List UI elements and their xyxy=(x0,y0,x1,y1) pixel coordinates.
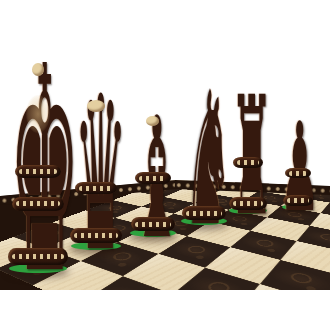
knight-ornament-band xyxy=(186,211,222,216)
bishop-ornament-band xyxy=(135,222,171,227)
pawn-ornament-band xyxy=(289,171,307,176)
queen-ornament-band xyxy=(79,186,113,191)
queen-ornament-band xyxy=(74,233,118,238)
king-ornament-band xyxy=(19,169,57,174)
knight-glyph: ♞ xyxy=(183,67,233,252)
rook-ornament-band xyxy=(237,160,259,165)
rook-ornament-band xyxy=(233,201,263,206)
king-ornament-band xyxy=(12,254,64,259)
photo-stage: ♚ ♛ ♝ ♞ ♜ xyxy=(0,0,330,330)
king-ornament-band xyxy=(16,201,60,206)
king-finial-accent xyxy=(32,63,44,76)
king-crown-inlay xyxy=(26,95,50,133)
queen-top-accent xyxy=(87,100,105,112)
bishop-ornament-band xyxy=(139,176,167,181)
bishop-top-accent xyxy=(146,116,159,126)
pawn-ornament-band xyxy=(287,198,309,203)
